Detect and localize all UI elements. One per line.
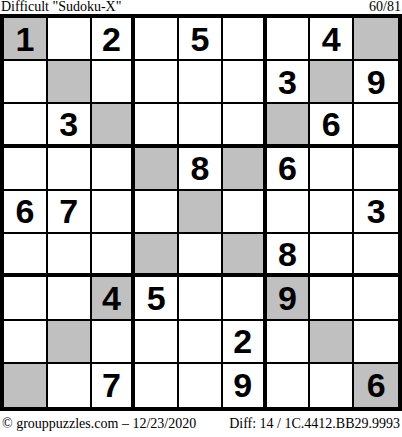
cell-r5c6[interactable] (223, 191, 267, 234)
cell-r6c7[interactable]: 8 (267, 234, 311, 277)
page-title: Difficult "Sudoku-X" (1, 0, 121, 14)
cell-r1c3[interactable]: 2 (92, 18, 136, 61)
cell-r1c8[interactable]: 4 (310, 18, 354, 61)
cell-r5c4[interactable] (135, 191, 179, 234)
empty-cells-counter: 60/81 (369, 0, 401, 14)
cell-r6c8[interactable] (310, 234, 354, 277)
cell-r4c9[interactable] (354, 148, 398, 191)
cell-r8c4[interactable] (135, 321, 179, 364)
cell-r7c1[interactable] (4, 277, 48, 320)
cell-r3c9[interactable] (354, 104, 398, 147)
cell-r2c2[interactable] (48, 61, 92, 104)
cell-r6c1[interactable] (4, 234, 48, 277)
cell-r8c8[interactable] (310, 321, 354, 364)
cell-r5c2[interactable]: 7 (48, 191, 92, 234)
cell-r2c3[interactable] (92, 61, 136, 104)
cell-r5c8[interactable] (310, 191, 354, 234)
cell-r2c4[interactable] (135, 61, 179, 104)
cell-r5c3[interactable] (92, 191, 136, 234)
cell-r5c9[interactable]: 3 (354, 191, 398, 234)
cell-r7c7[interactable]: 9 (267, 277, 311, 320)
cell-r9c1[interactable] (4, 364, 48, 407)
cell-r3c6[interactable] (223, 104, 267, 147)
cell-r2c7[interactable]: 3 (267, 61, 311, 104)
cell-r8c6[interactable]: 2 (223, 321, 267, 364)
cell-r4c7[interactable]: 6 (267, 148, 311, 191)
cell-r1c7[interactable] (267, 18, 311, 61)
cell-r4c6[interactable] (223, 148, 267, 191)
cell-r5c1[interactable]: 6 (4, 191, 48, 234)
cell-r9c7[interactable] (267, 364, 311, 407)
cell-r9c9[interactable]: 6 (354, 364, 398, 407)
cell-r4c4[interactable] (135, 148, 179, 191)
cell-r1c4[interactable] (135, 18, 179, 61)
cell-r1c6[interactable] (223, 18, 267, 61)
cell-r8c7[interactable] (267, 321, 311, 364)
cell-r3c5[interactable] (179, 104, 223, 147)
cell-r8c1[interactable] (4, 321, 48, 364)
cell-r2c1[interactable] (4, 61, 48, 104)
cell-r7c8[interactable] (310, 277, 354, 320)
cell-r4c5[interactable]: 8 (179, 148, 223, 191)
cell-r9c6[interactable]: 9 (223, 364, 267, 407)
cell-r7c9[interactable] (354, 277, 398, 320)
cell-r9c5[interactable] (179, 364, 223, 407)
cell-r6c5[interactable] (179, 234, 223, 277)
cell-r7c5[interactable] (179, 277, 223, 320)
cell-r5c5[interactable] (179, 191, 223, 234)
cell-r6c2[interactable] (48, 234, 92, 277)
sudoku-grid: 125439368667384592796 (0, 14, 402, 411)
cell-r7c3[interactable]: 4 (92, 277, 136, 320)
cell-r8c2[interactable] (48, 321, 92, 364)
cell-r8c3[interactable] (92, 321, 136, 364)
sudoku-page: Difficult "Sudoku-X" 60/81 1254393686673… (0, 0, 402, 437)
cell-r1c9[interactable] (354, 18, 398, 61)
cell-r3c7[interactable] (267, 104, 311, 147)
cell-r2c8[interactable] (310, 61, 354, 104)
cell-r3c2[interactable]: 3 (48, 104, 92, 147)
cell-r6c6[interactable] (223, 234, 267, 277)
cell-r6c4[interactable] (135, 234, 179, 277)
cell-r6c3[interactable] (92, 234, 136, 277)
cell-r1c2[interactable] (48, 18, 92, 61)
cell-r9c8[interactable] (310, 364, 354, 407)
cell-r4c8[interactable] (310, 148, 354, 191)
cell-r4c2[interactable] (48, 148, 92, 191)
cell-r9c4[interactable] (135, 364, 179, 407)
cell-r2c5[interactable] (179, 61, 223, 104)
cell-r8c9[interactable] (354, 321, 398, 364)
cell-r7c2[interactable] (48, 277, 92, 320)
cell-r3c1[interactable] (4, 104, 48, 147)
footer: © grouppuzzles.com – 12/23/2020 Diff: 14… (0, 411, 402, 437)
difficulty-code: Diff: 14 / 1C.4412.BB29.9993 (229, 417, 400, 431)
cell-r4c1[interactable] (4, 148, 48, 191)
cell-r1c1[interactable]: 1 (4, 18, 48, 61)
cell-r4c3[interactable] (92, 148, 136, 191)
cell-r9c2[interactable] (48, 364, 92, 407)
cell-r2c6[interactable] (223, 61, 267, 104)
cell-r6c9[interactable] (354, 234, 398, 277)
cell-r3c8[interactable]: 6 (310, 104, 354, 147)
cell-r8c5[interactable] (179, 321, 223, 364)
cell-r5c7[interactable] (267, 191, 311, 234)
copyright-text: © grouppuzzles.com – 12/23/2020 (2, 417, 196, 431)
cell-r9c3[interactable]: 7 (92, 364, 136, 407)
cell-r7c4[interactable]: 5 (135, 277, 179, 320)
cell-r3c4[interactable] (135, 104, 179, 147)
cell-r3c3[interactable] (92, 104, 136, 147)
header: Difficult "Sudoku-X" 60/81 (0, 0, 402, 14)
cell-r1c5[interactable]: 5 (179, 18, 223, 61)
cell-r7c6[interactable] (223, 277, 267, 320)
cell-r2c9[interactable]: 9 (354, 61, 398, 104)
